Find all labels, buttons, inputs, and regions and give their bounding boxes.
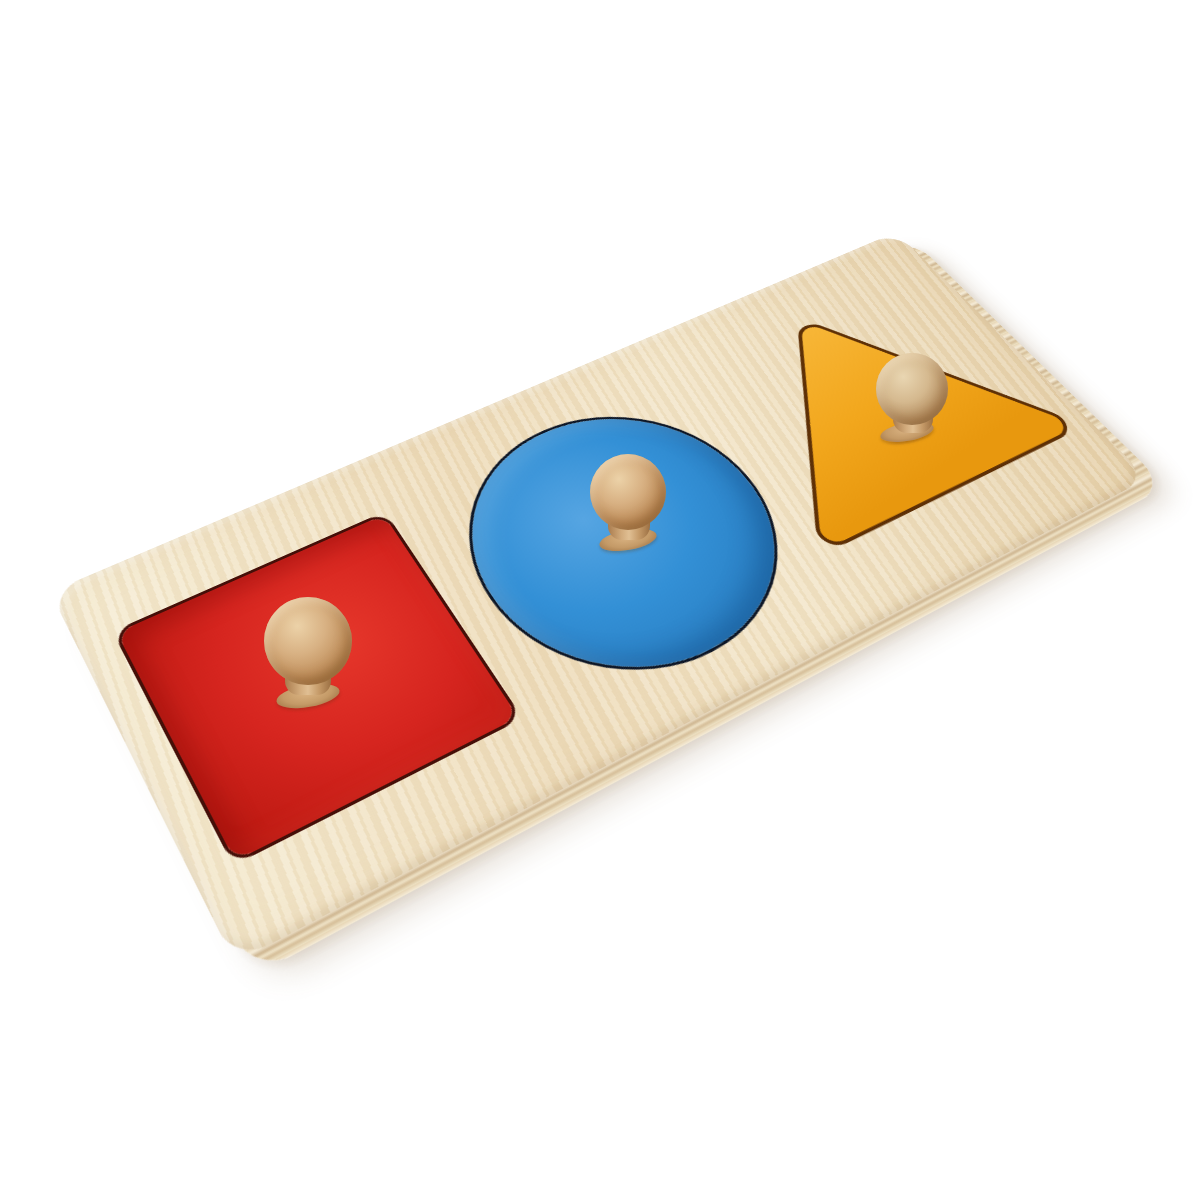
triangle-piece[interactable] (50, 232, 1148, 963)
puzzle-board (50, 232, 1148, 963)
triangle-knob[interactable] (876, 353, 948, 443)
square-knob[interactable] (264, 597, 352, 709)
knob-ball[interactable] (264, 597, 352, 685)
product-photo-scene (0, 0, 1200, 1200)
knob-ball[interactable] (590, 454, 666, 530)
knob-ball[interactable] (876, 353, 948, 425)
circle-knob[interactable] (590, 454, 666, 550)
board-face (50, 232, 1148, 963)
